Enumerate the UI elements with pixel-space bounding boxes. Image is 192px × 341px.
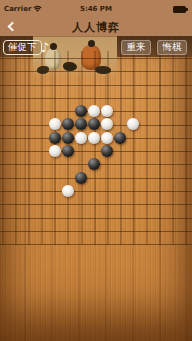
urge-move-button[interactable]: 催促下 — [3, 40, 42, 55]
sound-note-icon[interactable]: ♪ — [38, 40, 52, 55]
stone-black — [75, 118, 87, 130]
stone-black — [62, 118, 74, 130]
back-button[interactable] — [7, 22, 19, 33]
stone-black — [62, 132, 74, 144]
stone-white — [49, 145, 61, 157]
stone-black — [88, 158, 100, 170]
stone-black — [101, 145, 113, 157]
nav-bar: 人人博弈 — [0, 18, 192, 36]
app-screen: 5:46 PM Carrier 人人博弈 催促下 ♪ 重来 悔棋 — [0, 0, 192, 341]
stone-white — [101, 105, 113, 117]
stone-black — [49, 132, 61, 144]
status-bar: 5:46 PM Carrier — [0, 0, 192, 18]
stone-white — [101, 132, 113, 144]
restart-button[interactable]: 重来 — [121, 40, 151, 55]
stone-white — [75, 132, 87, 144]
stone-white — [49, 118, 61, 130]
gomoku-board[interactable] — [0, 51, 192, 250]
chevron-left-icon — [8, 22, 18, 32]
stone-black — [62, 145, 74, 157]
stone-white — [127, 118, 139, 130]
battery-icon — [173, 6, 188, 13]
painting-figure-right-head — [88, 40, 95, 47]
stone-black — [75, 172, 87, 184]
stone-black — [114, 132, 126, 144]
stone-white — [101, 118, 113, 130]
undo-move-button[interactable]: 悔棋 — [157, 40, 187, 55]
stone-white — [88, 105, 100, 117]
status-time: 5:46 PM — [0, 5, 192, 13]
stone-white — [62, 185, 74, 197]
stone-black — [88, 118, 100, 130]
stone-white — [88, 132, 100, 144]
page-title: 人人博弈 — [72, 20, 120, 35]
stone-black — [75, 105, 87, 117]
